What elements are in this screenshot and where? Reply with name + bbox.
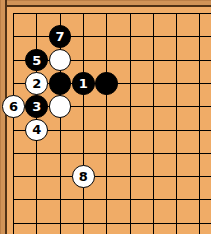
white-stone-2: 2 xyxy=(25,72,48,95)
stone-label: 5 xyxy=(32,53,41,66)
black-stone xyxy=(95,72,118,95)
stone-label: 1 xyxy=(79,76,88,89)
stone-label: 8 xyxy=(79,170,88,183)
black-stone-7: 7 xyxy=(48,25,71,48)
stone-circle: 6 xyxy=(2,95,25,118)
stone-circle: 7 xyxy=(49,25,72,48)
stone-circle: 1 xyxy=(72,72,95,95)
white-stone-8: 8 xyxy=(72,165,95,188)
stone-label: 4 xyxy=(32,123,41,136)
stone-circle: 2 xyxy=(25,72,48,95)
stone-label: 3 xyxy=(32,100,41,113)
stone-circle: 8 xyxy=(72,165,95,188)
stone-label: 6 xyxy=(9,100,18,113)
black-stone-1: 1 xyxy=(72,72,95,95)
white-stone xyxy=(48,95,71,118)
stone-circle xyxy=(49,72,72,95)
white-stone xyxy=(48,48,71,71)
go-board-diagram: 75216348 xyxy=(0,0,211,234)
black-stone xyxy=(48,72,71,95)
stone-circle xyxy=(95,72,118,95)
stone-circle: 4 xyxy=(25,119,48,142)
white-stone-4: 4 xyxy=(25,118,48,141)
stone-circle xyxy=(49,49,72,72)
stone-label: 7 xyxy=(56,30,65,43)
stone-circle: 3 xyxy=(25,95,48,118)
stone-label: 2 xyxy=(32,76,41,89)
black-stone-5: 5 xyxy=(25,48,48,71)
black-stone-3: 3 xyxy=(25,95,48,118)
white-stone-6: 6 xyxy=(2,95,25,118)
stone-circle: 5 xyxy=(25,49,48,72)
stones-grid: 75216348 xyxy=(2,2,211,234)
stone-circle xyxy=(49,95,72,118)
